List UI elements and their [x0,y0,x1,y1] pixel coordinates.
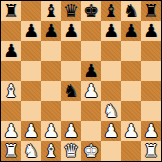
black-knight-piece: ♞ [123,1,139,21]
black-pawn-piece: ♟ [143,21,159,41]
square-h3[interactable] [141,101,161,121]
black-bishop-piece: ♝ [103,1,119,21]
square-a2[interactable]: ♟ [1,121,21,141]
square-d7[interactable]: ♟ [61,21,81,41]
square-b4[interactable] [21,81,41,101]
square-a3[interactable] [1,101,21,121]
black-pawn-piece: ♟ [83,61,99,81]
square-e1[interactable]: ♚ [81,141,101,161]
square-h2[interactable]: ♟ [141,121,161,141]
square-b2[interactable]: ♟ [21,121,41,141]
square-c4[interactable] [41,81,61,101]
square-d4[interactable]: ♞ [61,81,81,101]
black-rook-piece: ♜ [3,1,19,21]
square-g4[interactable] [121,81,141,101]
square-c8[interactable]: ♝ [41,1,61,21]
square-c5[interactable] [41,61,61,81]
square-g7[interactable]: ♟ [121,21,141,41]
white-pawn-piece: ♟ [143,121,159,141]
square-e6[interactable] [81,41,101,61]
square-g5[interactable] [121,61,141,81]
black-king-piece: ♚ [83,1,99,21]
square-g8[interactable]: ♞ [121,1,141,21]
square-e2[interactable] [81,121,101,141]
square-f4[interactable] [101,81,121,101]
white-queen-piece: ♛ [63,141,79,161]
square-h8[interactable]: ♜ [141,1,161,21]
square-e3[interactable] [81,101,101,121]
white-rook-piece: ♜ [3,141,19,161]
white-bishop-piece: ♝ [3,81,19,101]
square-e4[interactable]: ♟ [81,81,101,101]
square-d2[interactable]: ♟ [61,121,81,141]
black-queen-piece: ♛ [63,1,79,21]
square-f5[interactable] [101,61,121,81]
square-b3[interactable] [21,101,41,121]
square-f3[interactable]: ♞ [101,101,121,121]
square-b1[interactable]: ♞ [21,141,41,161]
square-b6[interactable] [21,41,41,61]
black-rook-piece: ♜ [143,1,159,21]
white-king-piece: ♚ [83,141,99,161]
white-pawn-piece: ♟ [3,121,19,141]
black-pawn-piece: ♟ [23,21,39,41]
black-knight-piece: ♞ [63,81,79,101]
white-pawn-piece: ♟ [83,81,99,101]
square-b5[interactable] [21,61,41,81]
square-e7[interactable] [81,21,101,41]
square-a7[interactable] [1,21,21,41]
black-bishop-piece: ♝ [43,1,59,21]
square-a4[interactable]: ♝ [1,81,21,101]
square-a8[interactable]: ♜ [1,1,21,21]
white-rook-piece: ♜ [143,141,159,161]
square-d6[interactable] [61,41,81,61]
square-b8[interactable] [21,1,41,21]
white-pawn-piece: ♟ [63,121,79,141]
square-f7[interactable]: ♟ [101,21,121,41]
white-knight-piece: ♞ [23,141,39,161]
square-f6[interactable] [101,41,121,61]
white-knight-piece: ♞ [103,101,119,121]
square-c1[interactable]: ♝ [41,141,61,161]
square-f8[interactable]: ♝ [101,1,121,21]
square-d8[interactable]: ♛ [61,1,81,21]
square-a1[interactable]: ♜ [1,141,21,161]
black-pawn-piece: ♟ [103,21,119,41]
white-bishop-piece: ♝ [43,141,59,161]
square-e5[interactable]: ♟ [81,61,101,81]
white-pawn-piece: ♟ [43,121,59,141]
square-a6[interactable]: ♟ [1,41,21,61]
square-g1[interactable] [121,141,141,161]
square-h5[interactable] [141,61,161,81]
black-pawn-piece: ♟ [63,21,79,41]
square-h4[interactable] [141,81,161,101]
square-f1[interactable] [101,141,121,161]
square-g6[interactable] [121,41,141,61]
square-d5[interactable] [61,61,81,81]
black-pawn-piece: ♟ [43,21,59,41]
chess-board: ♜♝♛♚♝♞♜♟♟♟♟♟♟♟♟♝♞♟♞♟♟♟♟♟♟♟♜♞♝♛♚♜ [0,0,162,162]
square-c6[interactable] [41,41,61,61]
square-e8[interactable]: ♚ [81,1,101,21]
white-pawn-piece: ♟ [103,121,119,141]
black-pawn-piece: ♟ [123,21,139,41]
square-g3[interactable] [121,101,141,121]
black-pawn-piece: ♟ [3,41,19,61]
square-c3[interactable] [41,101,61,121]
square-c7[interactable]: ♟ [41,21,61,41]
square-h7[interactable]: ♟ [141,21,161,41]
square-d1[interactable]: ♛ [61,141,81,161]
white-pawn-piece: ♟ [23,121,39,141]
square-h1[interactable]: ♜ [141,141,161,161]
square-g2[interactable]: ♟ [121,121,141,141]
square-c2[interactable]: ♟ [41,121,61,141]
square-h6[interactable] [141,41,161,61]
square-f2[interactable]: ♟ [101,121,121,141]
white-pawn-piece: ♟ [123,121,139,141]
square-a5[interactable] [1,61,21,81]
square-d3[interactable] [61,101,81,121]
square-b7[interactable]: ♟ [21,21,41,41]
